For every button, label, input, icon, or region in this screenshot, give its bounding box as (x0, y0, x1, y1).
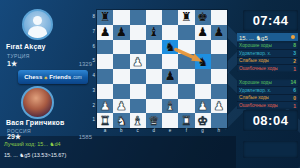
rank-label-4: 4 (88, 69, 96, 84)
square-e2[interactable]: ♝ (162, 99, 178, 114)
avatar-bottom-player[interactable] (21, 86, 54, 119)
rank-label-6: 6 (88, 40, 96, 55)
piece-wq-d1: ♛ (148, 115, 159, 127)
piece-bn-e6: ♞ (165, 41, 176, 53)
stat-row: Ошибочные ходы1 (237, 65, 298, 72)
square-g7[interactable]: ♟ (195, 25, 211, 40)
square-d3[interactable] (146, 84, 162, 99)
square-a3[interactable] (97, 84, 113, 99)
file-label-f: f (178, 128, 194, 135)
square-e5[interactable] (162, 54, 178, 69)
piece-bn-g5: ♞ (197, 56, 208, 68)
played-move-text: 15. ... ♞g5 (13.53>15.67) (4, 152, 154, 158)
stat-row: Удовлетвор. х.6 (237, 87, 298, 95)
square-f5[interactable] (178, 54, 194, 69)
move-quality-dot-icon (291, 35, 295, 39)
rank-label-5: 5 (88, 54, 96, 69)
square-f7[interactable] (178, 25, 194, 40)
square-g3[interactable] (195, 84, 211, 99)
square-g4[interactable] (195, 69, 211, 84)
square-b7[interactable]: ♟ (113, 25, 129, 40)
stat-row: Хорошие ходы8 (237, 42, 298, 50)
file-label-a: a (97, 128, 113, 135)
chessfriends-logo[interactable]: Chess ✶ Friends .com (18, 70, 88, 84)
piece-bp-a7: ♟ (100, 26, 111, 38)
file-label-d: d (146, 128, 162, 135)
square-h2[interactable]: ♟ (211, 99, 227, 114)
stat-row: Удовлетвор. х.3 (237, 50, 298, 58)
square-e3[interactable] (162, 84, 178, 99)
square-g1[interactable]: ♚ (195, 113, 211, 128)
square-d4[interactable] (146, 69, 162, 84)
square-d8[interactable] (146, 10, 162, 25)
square-a2[interactable]: ♟ (97, 99, 113, 114)
rank-label-2: 2 (88, 99, 96, 114)
panel-empty-box (243, 141, 298, 158)
stat-row: Хорошие ходы14 (237, 79, 298, 87)
square-c7[interactable] (130, 25, 146, 40)
square-a6[interactable] (97, 40, 113, 55)
piece-wb-c1: ♝ (132, 115, 143, 127)
square-e1[interactable] (162, 113, 178, 128)
piece-bp-h7: ♟ (213, 26, 224, 38)
square-c1[interactable]: ♝ (130, 113, 146, 128)
square-g2[interactable]: ♟ (195, 99, 211, 114)
piece-bp-b7: ♟ (116, 26, 127, 38)
piece-wp-h2: ♟ (213, 100, 224, 112)
square-b4[interactable] (113, 69, 129, 84)
square-f2[interactable] (178, 99, 194, 114)
bottom-player-clock: 08:04 (243, 110, 298, 131)
file-label-b: b (113, 128, 129, 135)
square-a1[interactable]: ♜ (97, 113, 113, 128)
top-player-country: ТУРЦИЯ (7, 53, 87, 59)
square-f8[interactable]: ♜ (178, 10, 194, 25)
current-move-row[interactable]: 15. ... ♞g5 (237, 33, 298, 41)
square-f4[interactable] (178, 69, 194, 84)
square-d5[interactable] (146, 54, 162, 69)
square-b2[interactable]: ♟ (113, 99, 129, 114)
logo-tld: .com (72, 75, 82, 80)
square-a8[interactable]: ♜ (97, 10, 113, 25)
square-b8[interactable] (113, 10, 129, 25)
square-g8[interactable]: ♚ (195, 10, 211, 25)
square-d2[interactable] (146, 99, 162, 114)
square-h6[interactable] (211, 40, 227, 55)
rank-label-3: 3 (88, 84, 96, 99)
piece-wp-g2: ♟ (197, 100, 208, 112)
logo-text-right: Friends (49, 74, 71, 80)
square-b1[interactable]: ♞ (113, 113, 129, 128)
square-d7[interactable]: ♝ (146, 25, 162, 40)
square-e8[interactable] (162, 10, 178, 25)
piece-wr-a1: ♜ (100, 115, 111, 127)
square-b3[interactable] (113, 84, 129, 99)
stat-row: Слабые ходы2 (237, 58, 298, 66)
square-c6[interactable] (130, 40, 146, 55)
square-h7[interactable]: ♟ (211, 25, 227, 40)
avatar-top-player[interactable] (22, 9, 53, 40)
rank-labels: 87654321 (88, 10, 96, 128)
square-g6[interactable] (195, 40, 211, 55)
person-icon (33, 16, 42, 25)
square-h4[interactable] (211, 69, 227, 84)
square-h8[interactable] (211, 10, 227, 25)
piece-wn-b1: ♞ (116, 115, 127, 127)
rank-label-1: 1 (88, 113, 96, 128)
chess-game-screen: Fırat Akçay ТУРЦИЯ 1★ 1329 Chess ✶ Frien… (0, 0, 300, 168)
piece-br-f8: ♜ (181, 11, 192, 23)
stat-row: Ошибочные ходы1 (237, 102, 298, 109)
square-d6[interactable] (146, 40, 162, 55)
square-h1[interactable] (211, 113, 227, 128)
square-e7[interactable] (162, 25, 178, 40)
square-c2[interactable] (130, 99, 146, 114)
piece-bp-g7: ♟ (197, 26, 208, 38)
piece-bk-g8: ♚ (197, 11, 208, 23)
square-a5[interactable] (97, 54, 113, 69)
stat-row: Слабые ходы0 (237, 95, 298, 103)
square-b5[interactable] (113, 54, 129, 69)
square-f3[interactable] (178, 84, 194, 99)
square-e4[interactable]: ♟ (162, 69, 178, 84)
square-c4[interactable] (130, 69, 146, 84)
piece-wp-a2: ♟ (100, 100, 111, 112)
piece-wr-f1: ♜ (181, 115, 192, 127)
person-icon (28, 26, 47, 40)
bottom-player-rating: 1585 (79, 134, 92, 140)
square-b6[interactable] (113, 40, 129, 55)
rank-label-8: 8 (88, 10, 96, 25)
file-labels: abcdefgh (97, 128, 227, 135)
piece-wp-c5: ♟ (132, 56, 143, 68)
logo-text-left: Chess (24, 74, 42, 80)
piece-wp-b2: ♟ (116, 100, 127, 112)
square-f6[interactable] (178, 40, 194, 55)
file-label-h: h (211, 128, 227, 135)
square-g5[interactable]: ♞ (195, 54, 211, 69)
square-h5[interactable] (211, 54, 227, 69)
best-move-text: Лучший ход: 15... ♞d4 (4, 141, 154, 147)
top-player-move-stats: Хорошие ходы8Удовлетвор. х.3Слабые ходы2… (237, 42, 298, 72)
square-c8[interactable] (130, 10, 146, 25)
piece-bb-d7: ♝ (148, 26, 159, 38)
piece-wb-e2: ♝ (165, 100, 176, 112)
square-a4[interactable] (97, 69, 113, 84)
star-icon: ✶ (43, 74, 48, 81)
piece-wk-g1: ♚ (197, 115, 208, 127)
top-player-stars: 1★ (7, 60, 17, 68)
piece-br-a8: ♜ (100, 11, 111, 23)
square-f1[interactable]: ♜ (178, 113, 194, 128)
bottom-player-stars: 29★ (7, 133, 21, 141)
chess-board: ♜♜♚♟♟♝♟♟♞♟♞♟♟♟♝♟♟♜♞♝♛♜♚ (97, 10, 227, 128)
square-c3[interactable] (130, 84, 146, 99)
file-label-e: e (162, 128, 178, 135)
top-player-clock: 07:44 (243, 10, 298, 31)
piece-bp-e4: ♟ (165, 70, 176, 82)
bottom-player-move-stats: Хорошие ходы14Удовлетвор. х.6Слабые ходы… (237, 79, 298, 109)
square-e6[interactable]: ♞ (162, 40, 178, 55)
square-a7[interactable]: ♟ (97, 25, 113, 40)
square-c5[interactable]: ♟ (130, 54, 146, 69)
file-label-g: g (195, 128, 211, 135)
square-d1[interactable]: ♛ (146, 113, 162, 128)
current-move-label: 15. ... ♞g5 (237, 34, 291, 41)
rank-label-7: 7 (88, 25, 96, 40)
square-h3[interactable] (211, 84, 227, 99)
file-label-c: c (130, 128, 146, 135)
